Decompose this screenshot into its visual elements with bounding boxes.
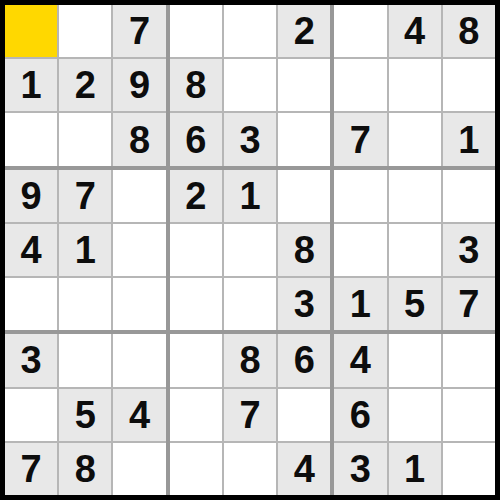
cell-r6c8[interactable]: 5 — [389, 278, 441, 330]
cell-r9c1[interactable]: 7 — [5, 443, 57, 495]
cell-r4c1[interactable]: 9 — [5, 170, 57, 222]
cell-r8c8[interactable] — [389, 389, 441, 441]
cell-r5c5[interactable] — [224, 224, 276, 276]
sudoku-box-7: 35478 — [5, 334, 166, 495]
cell-r4c6[interactable] — [278, 170, 330, 222]
cell-r5c2[interactable]: 1 — [59, 224, 111, 276]
cell-r7c7[interactable]: 4 — [334, 334, 386, 386]
cell-r5c8[interactable] — [389, 224, 441, 276]
cell-r8c4[interactable] — [170, 389, 222, 441]
sudoku-box-1: 71298 — [5, 5, 166, 166]
cell-r8c2[interactable]: 5 — [59, 389, 111, 441]
cell-r3c9[interactable]: 1 — [443, 113, 495, 165]
cell-r4c7[interactable] — [334, 170, 386, 222]
cell-r3c5[interactable]: 3 — [224, 113, 276, 165]
cell-r5c7[interactable] — [334, 224, 386, 276]
cell-r3c6[interactable] — [278, 113, 330, 165]
cell-r1c8[interactable]: 4 — [389, 5, 441, 57]
sudoku-box-5: 2183 — [170, 170, 331, 331]
cell-r9c3[interactable] — [113, 443, 165, 495]
cell-r3c4[interactable]: 6 — [170, 113, 222, 165]
cell-r6c6[interactable]: 3 — [278, 278, 330, 330]
cell-r6c2[interactable] — [59, 278, 111, 330]
cell-r6c7[interactable]: 1 — [334, 278, 386, 330]
cell-r1c1[interactable] — [5, 5, 57, 57]
cell-r7c5[interactable]: 8 — [224, 334, 276, 386]
cell-r3c3[interactable]: 8 — [113, 113, 165, 165]
cell-r4c2[interactable]: 7 — [59, 170, 111, 222]
cell-r5c9[interactable]: 3 — [443, 224, 495, 276]
cell-r1c2[interactable] — [59, 5, 111, 57]
cell-r2c2[interactable]: 2 — [59, 59, 111, 111]
cell-r4c5[interactable]: 1 — [224, 170, 276, 222]
cell-r9c6[interactable]: 4 — [278, 443, 330, 495]
cell-r7c8[interactable] — [389, 334, 441, 386]
cell-r2c6[interactable] — [278, 59, 330, 111]
cell-r9c9[interactable] — [443, 443, 495, 495]
cell-r6c3[interactable] — [113, 278, 165, 330]
cell-r4c8[interactable] — [389, 170, 441, 222]
cell-r1c9[interactable]: 8 — [443, 5, 495, 57]
cell-r5c4[interactable] — [170, 224, 222, 276]
cell-r5c6[interactable]: 8 — [278, 224, 330, 276]
sudoku-board: 71298286348719741218331573547886744631 — [0, 0, 500, 500]
cell-r5c3[interactable] — [113, 224, 165, 276]
cell-r1c4[interactable] — [170, 5, 222, 57]
cell-r2c8[interactable] — [389, 59, 441, 111]
cell-r2c5[interactable] — [224, 59, 276, 111]
cell-r2c4[interactable]: 8 — [170, 59, 222, 111]
cell-r8c9[interactable] — [443, 389, 495, 441]
cell-r5c1[interactable]: 4 — [5, 224, 57, 276]
cell-r6c4[interactable] — [170, 278, 222, 330]
cell-r8c3[interactable]: 4 — [113, 389, 165, 441]
cell-r9c8[interactable]: 1 — [389, 443, 441, 495]
cell-r3c8[interactable] — [389, 113, 441, 165]
cell-r8c1[interactable] — [5, 389, 57, 441]
cell-r4c4[interactable]: 2 — [170, 170, 222, 222]
cell-r6c9[interactable]: 7 — [443, 278, 495, 330]
cell-r6c1[interactable] — [5, 278, 57, 330]
cell-r4c9[interactable] — [443, 170, 495, 222]
cell-r9c4[interactable] — [170, 443, 222, 495]
cell-r9c7[interactable]: 3 — [334, 443, 386, 495]
cell-r1c7[interactable] — [334, 5, 386, 57]
sudoku-box-2: 2863 — [170, 5, 331, 166]
sudoku-box-6: 3157 — [334, 170, 495, 331]
cell-r1c5[interactable] — [224, 5, 276, 57]
cell-r2c1[interactable]: 1 — [5, 59, 57, 111]
cell-r6c5[interactable] — [224, 278, 276, 330]
cell-r7c1[interactable]: 3 — [5, 334, 57, 386]
cell-r3c7[interactable]: 7 — [334, 113, 386, 165]
cell-r9c5[interactable] — [224, 443, 276, 495]
cell-r2c3[interactable]: 9 — [113, 59, 165, 111]
cell-r3c2[interactable] — [59, 113, 111, 165]
cell-r7c6[interactable]: 6 — [278, 334, 330, 386]
cell-r2c7[interactable] — [334, 59, 386, 111]
cell-r2c9[interactable] — [443, 59, 495, 111]
cell-r1c3[interactable]: 7 — [113, 5, 165, 57]
sudoku-box-8: 8674 — [170, 334, 331, 495]
cell-r4c3[interactable] — [113, 170, 165, 222]
cell-r8c7[interactable]: 6 — [334, 389, 386, 441]
cell-r8c6[interactable] — [278, 389, 330, 441]
cell-r7c4[interactable] — [170, 334, 222, 386]
cell-r8c5[interactable]: 7 — [224, 389, 276, 441]
cell-r7c9[interactable] — [443, 334, 495, 386]
sudoku-box-9: 4631 — [334, 334, 495, 495]
cell-r7c3[interactable] — [113, 334, 165, 386]
cell-r7c2[interactable] — [59, 334, 111, 386]
cell-r9c2[interactable]: 8 — [59, 443, 111, 495]
cell-r1c6[interactable]: 2 — [278, 5, 330, 57]
sudoku-box-4: 9741 — [5, 170, 166, 331]
sudoku-box-3: 4871 — [334, 5, 495, 166]
cell-r3c1[interactable] — [5, 113, 57, 165]
